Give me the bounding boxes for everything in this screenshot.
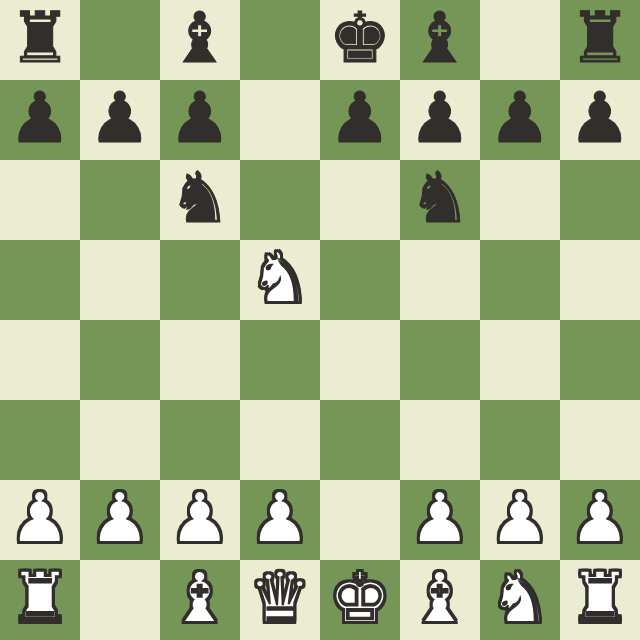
black-rook[interactable]: ♜ — [9, 3, 72, 73]
white-pawn[interactable]: ♟ — [409, 483, 472, 553]
white-pawn[interactable]: ♟ — [89, 483, 152, 553]
square-h3[interactable] — [560, 400, 640, 480]
square-a7[interactable]: ♟ — [0, 80, 80, 160]
square-f6[interactable]: ♞ — [400, 160, 480, 240]
square-d5[interactable]: ♞ — [240, 240, 320, 320]
square-c1[interactable]: ♝ — [160, 560, 240, 640]
black-knight[interactable]: ♞ — [169, 163, 232, 233]
square-c2[interactable]: ♟ — [160, 480, 240, 560]
square-f7[interactable]: ♟ — [400, 80, 480, 160]
white-bishop[interactable]: ♝ — [409, 563, 472, 633]
square-d7[interactable] — [240, 80, 320, 160]
square-a6[interactable] — [0, 160, 80, 240]
black-pawn[interactable]: ♟ — [569, 83, 632, 153]
square-e3[interactable] — [320, 400, 400, 480]
square-c6[interactable]: ♞ — [160, 160, 240, 240]
square-b8[interactable] — [80, 0, 160, 80]
white-queen[interactable]: ♛ — [249, 563, 312, 633]
square-f5[interactable] — [400, 240, 480, 320]
square-h4[interactable] — [560, 320, 640, 400]
black-bishop[interactable]: ♝ — [169, 3, 232, 73]
square-h6[interactable] — [560, 160, 640, 240]
square-c4[interactable] — [160, 320, 240, 400]
square-h7[interactable]: ♟ — [560, 80, 640, 160]
black-knight[interactable]: ♞ — [409, 163, 472, 233]
square-d3[interactable] — [240, 400, 320, 480]
white-rook[interactable]: ♜ — [9, 563, 72, 633]
square-g2[interactable]: ♟ — [480, 480, 560, 560]
square-e6[interactable] — [320, 160, 400, 240]
square-f3[interactable] — [400, 400, 480, 480]
square-h2[interactable]: ♟ — [560, 480, 640, 560]
black-bishop[interactable]: ♝ — [409, 3, 472, 73]
white-knight[interactable]: ♞ — [489, 563, 552, 633]
square-a8[interactable]: ♜ — [0, 0, 80, 80]
square-d2[interactable]: ♟ — [240, 480, 320, 560]
square-g6[interactable] — [480, 160, 560, 240]
square-a4[interactable] — [0, 320, 80, 400]
white-pawn[interactable]: ♟ — [9, 483, 72, 553]
square-d6[interactable] — [240, 160, 320, 240]
square-b6[interactable] — [80, 160, 160, 240]
white-bishop[interactable]: ♝ — [169, 563, 232, 633]
black-king[interactable]: ♚ — [329, 3, 392, 73]
black-pawn[interactable]: ♟ — [409, 83, 472, 153]
square-g7[interactable]: ♟ — [480, 80, 560, 160]
square-c5[interactable] — [160, 240, 240, 320]
white-rook[interactable]: ♜ — [569, 563, 632, 633]
square-c3[interactable] — [160, 400, 240, 480]
square-g5[interactable] — [480, 240, 560, 320]
black-pawn[interactable]: ♟ — [329, 83, 392, 153]
white-pawn[interactable]: ♟ — [569, 483, 632, 553]
square-b1[interactable] — [80, 560, 160, 640]
square-b3[interactable] — [80, 400, 160, 480]
square-h8[interactable]: ♜ — [560, 0, 640, 80]
square-g4[interactable] — [480, 320, 560, 400]
square-b7[interactable]: ♟ — [80, 80, 160, 160]
black-pawn[interactable]: ♟ — [169, 83, 232, 153]
square-d1[interactable]: ♛ — [240, 560, 320, 640]
square-c8[interactable]: ♝ — [160, 0, 240, 80]
square-e4[interactable] — [320, 320, 400, 400]
square-b2[interactable]: ♟ — [80, 480, 160, 560]
square-e8[interactable]: ♚ — [320, 0, 400, 80]
square-f2[interactable]: ♟ — [400, 480, 480, 560]
square-f1[interactable]: ♝ — [400, 560, 480, 640]
square-d8[interactable] — [240, 0, 320, 80]
square-f4[interactable] — [400, 320, 480, 400]
black-pawn[interactable]: ♟ — [9, 83, 72, 153]
square-a1[interactable]: ♜ — [0, 560, 80, 640]
black-pawn[interactable]: ♟ — [89, 83, 152, 153]
square-a5[interactable] — [0, 240, 80, 320]
square-g1[interactable]: ♞ — [480, 560, 560, 640]
square-e7[interactable]: ♟ — [320, 80, 400, 160]
square-e2[interactable] — [320, 480, 400, 560]
square-g3[interactable] — [480, 400, 560, 480]
black-pawn[interactable]: ♟ — [489, 83, 552, 153]
white-knight[interactable]: ♞ — [249, 243, 312, 313]
square-d4[interactable] — [240, 320, 320, 400]
square-h1[interactable]: ♜ — [560, 560, 640, 640]
square-c7[interactable]: ♟ — [160, 80, 240, 160]
chess-board: ♜♝♚♝♜♟♟♟♟♟♟♟♞♞♞♟♟♟♟♟♟♟♜♝♛♚♝♞♜ — [0, 0, 640, 640]
square-a3[interactable] — [0, 400, 80, 480]
square-b5[interactable] — [80, 240, 160, 320]
black-rook[interactable]: ♜ — [569, 3, 632, 73]
square-e1[interactable]: ♚ — [320, 560, 400, 640]
square-e5[interactable] — [320, 240, 400, 320]
square-f8[interactable]: ♝ — [400, 0, 480, 80]
white-pawn[interactable]: ♟ — [249, 483, 312, 553]
white-pawn[interactable]: ♟ — [489, 483, 552, 553]
square-h5[interactable] — [560, 240, 640, 320]
white-pawn[interactable]: ♟ — [169, 483, 232, 553]
square-a2[interactable]: ♟ — [0, 480, 80, 560]
square-g8[interactable] — [480, 0, 560, 80]
white-king[interactable]: ♚ — [329, 563, 392, 633]
square-b4[interactable] — [80, 320, 160, 400]
